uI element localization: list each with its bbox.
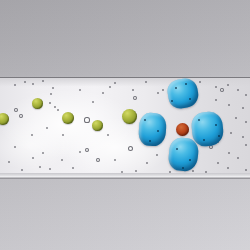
air-bubble (57, 109, 59, 111)
glass-dot-green (62, 112, 74, 124)
air-bubble (199, 81, 201, 83)
air-bubble (245, 94, 247, 96)
air-bubble (32, 83, 34, 85)
air-bubble (242, 107, 244, 109)
photo (0, 0, 250, 250)
air-bubble (114, 82, 116, 84)
air-bubble (114, 159, 116, 161)
air-bubble (157, 92, 159, 94)
air-bubble (162, 89, 164, 91)
air-bubble (109, 86, 111, 88)
air-bubble (79, 151, 81, 153)
air-bubble-ring (220, 88, 224, 92)
glass-tray-edge (0, 173, 250, 179)
air-bubble (245, 144, 247, 146)
glass-dot-green (92, 120, 103, 131)
air-bubble (227, 84, 229, 86)
air-bubble (205, 171, 207, 173)
air-bubble (135, 170, 137, 172)
air-bubble (237, 157, 239, 159)
air-bubble (14, 146, 16, 148)
air-bubble (169, 171, 171, 173)
air-bubble (146, 162, 148, 164)
air-bubble (50, 93, 52, 95)
air-bubble (217, 162, 219, 164)
air-bubble (156, 154, 158, 156)
air-bubble (62, 134, 64, 136)
air-bubble (49, 102, 51, 104)
air-bubble-ring (84, 117, 89, 122)
air-bubble (192, 170, 194, 172)
air-bubble-ring (133, 96, 137, 100)
air-bubble (32, 157, 34, 159)
air-bubble (14, 84, 16, 86)
air-bubble (46, 127, 48, 129)
air-bubble (215, 99, 217, 101)
flower-center-dot (176, 123, 189, 136)
glass-dot-green (32, 98, 43, 109)
air-bubble-ring (128, 146, 133, 151)
air-bubble (54, 106, 56, 108)
air-bubble (242, 136, 244, 138)
air-bubble (49, 168, 51, 170)
air-bubble (72, 167, 74, 169)
air-bubble (245, 121, 247, 123)
air-bubble (245, 169, 247, 171)
air-bubble (8, 161, 10, 163)
air-bubble (102, 92, 104, 94)
glass-dot-green (122, 109, 137, 124)
